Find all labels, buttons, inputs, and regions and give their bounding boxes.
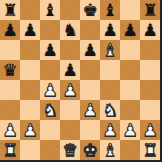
square-f1[interactable]: ♝ (100, 140, 120, 160)
piece-white-pawn-a2[interactable]: ♟ (0, 120, 20, 140)
square-b7[interactable]: ♟ (20, 20, 40, 40)
piece-white-rook-h1[interactable]: ♜ (140, 140, 160, 160)
square-f8[interactable]: ♝ (100, 0, 120, 20)
square-h8[interactable]: ♜ (140, 0, 160, 20)
piece-black-knight-d7[interactable]: ♞ (60, 20, 80, 40)
square-b1[interactable] (20, 140, 40, 160)
piece-black-king-e8[interactable]: ♚ (80, 0, 100, 20)
square-c8[interactable]: ♝ (40, 0, 60, 20)
piece-black-pawn-g7[interactable]: ♟ (120, 20, 140, 40)
square-f2[interactable]: ♟ (100, 120, 120, 140)
square-g5[interactable] (120, 60, 140, 80)
square-e4[interactable] (80, 80, 100, 100)
square-b8[interactable] (20, 0, 40, 20)
piece-white-pawn-f2[interactable]: ♟ (100, 120, 120, 140)
piece-white-rook-a1[interactable]: ♜ (0, 140, 20, 160)
piece-black-rook-h8[interactable]: ♜ (140, 0, 160, 20)
square-d2[interactable] (60, 120, 80, 140)
square-d6[interactable] (60, 40, 80, 60)
square-d4[interactable]: ♟ (60, 80, 80, 100)
square-e7[interactable] (80, 20, 100, 40)
square-g8[interactable] (120, 0, 140, 20)
square-f4[interactable] (100, 80, 120, 100)
piece-black-pawn-f7[interactable]: ♟ (100, 20, 120, 40)
piece-white-pawn-c4[interactable]: ♟ (40, 80, 60, 100)
piece-white-pawn-d4[interactable]: ♟ (60, 80, 80, 100)
square-g1[interactable] (120, 140, 140, 160)
piece-black-bishop-f8[interactable]: ♝ (100, 0, 120, 20)
square-a8[interactable]: ♜ (0, 0, 20, 20)
piece-white-pawn-b2[interactable]: ♟ (20, 120, 40, 140)
piece-black-queen-a5[interactable]: ♛ (0, 60, 20, 80)
square-c1[interactable] (40, 140, 60, 160)
piece-white-queen-d1[interactable]: ♛ (60, 140, 80, 160)
square-b2[interactable]: ♟ (20, 120, 40, 140)
square-c3[interactable]: ♞ (40, 100, 60, 120)
piece-white-pawn-h2[interactable]: ♟ (140, 120, 160, 140)
square-a2[interactable]: ♟ (0, 120, 20, 140)
square-h2[interactable]: ♟ (140, 120, 160, 140)
square-a5[interactable]: ♛ (0, 60, 20, 80)
square-f6[interactable]: ♝ (100, 40, 120, 60)
piece-white-knight-c3[interactable]: ♞ (40, 100, 60, 120)
piece-black-bishop-c8[interactable]: ♝ (40, 0, 60, 20)
square-e5[interactable] (80, 60, 100, 80)
square-h6[interactable] (140, 40, 160, 60)
square-a1[interactable]: ♜ (0, 140, 20, 160)
piece-white-bishop-f6[interactable]: ♝ (100, 40, 120, 60)
square-h1[interactable]: ♜ (140, 140, 160, 160)
square-h3[interactable] (140, 100, 160, 120)
piece-white-knight-f3[interactable]: ♞ (100, 100, 120, 120)
square-e6[interactable]: ♟ (80, 40, 100, 60)
piece-white-king-e1[interactable]: ♚ (80, 140, 100, 160)
square-c2[interactable] (40, 120, 60, 140)
piece-white-pawn-e3[interactable]: ♟ (80, 100, 100, 120)
square-d3[interactable] (60, 100, 80, 120)
piece-black-pawn-d5[interactable]: ♟ (60, 60, 80, 80)
square-c7[interactable] (40, 20, 60, 40)
square-e2[interactable] (80, 120, 100, 140)
square-b4[interactable] (20, 80, 40, 100)
piece-white-pawn-g2[interactable]: ♟ (120, 120, 140, 140)
piece-black-pawn-e6[interactable]: ♟ (80, 40, 100, 60)
square-h5[interactable] (140, 60, 160, 80)
piece-black-pawn-a7[interactable]: ♟ (0, 20, 20, 40)
square-e1[interactable]: ♚ (80, 140, 100, 160)
piece-black-pawn-c6[interactable]: ♟ (40, 40, 60, 60)
square-h4[interactable] (140, 80, 160, 100)
square-g2[interactable]: ♟ (120, 120, 140, 140)
piece-black-pawn-h7[interactable]: ♟ (140, 20, 160, 40)
square-a4[interactable] (0, 80, 20, 100)
square-b5[interactable] (20, 60, 40, 80)
square-c4[interactable]: ♟ (40, 80, 60, 100)
square-g6[interactable] (120, 40, 140, 60)
square-e8[interactable]: ♚ (80, 0, 100, 20)
square-c6[interactable]: ♟ (40, 40, 60, 60)
piece-black-pawn-b7[interactable]: ♟ (20, 20, 40, 40)
square-e3[interactable]: ♟ (80, 100, 100, 120)
square-d1[interactable]: ♛ (60, 140, 80, 160)
piece-black-rook-a8[interactable]: ♜ (0, 0, 20, 20)
square-d8[interactable] (60, 0, 80, 20)
square-c5[interactable] (40, 60, 60, 80)
piece-white-bishop-f1[interactable]: ♝ (100, 140, 120, 160)
square-a3[interactable] (0, 100, 20, 120)
square-f7[interactable]: ♟ (100, 20, 120, 40)
square-b3[interactable] (20, 100, 40, 120)
square-g7[interactable]: ♟ (120, 20, 140, 40)
square-b6[interactable] (20, 40, 40, 60)
square-f3[interactable]: ♞ (100, 100, 120, 120)
chess-board-screenshot: ♜♝♚♝♜♟♟♞♟♟♟♟♟♝♛♟♟♟♞♟♞♟♟♟♟♟♜♛♚♝♜ (0, 0, 162, 162)
square-h7[interactable]: ♟ (140, 20, 160, 40)
square-d7[interactable]: ♞ (60, 20, 80, 40)
chess-board: ♜♝♚♝♜♟♟♞♟♟♟♟♟♝♛♟♟♟♞♟♞♟♟♟♟♟♜♛♚♝♜ (0, 0, 162, 162)
square-g4[interactable] (120, 80, 140, 100)
square-a7[interactable]: ♟ (0, 20, 20, 40)
square-g3[interactable] (120, 100, 140, 120)
square-f5[interactable] (100, 60, 120, 80)
square-d5[interactable]: ♟ (60, 60, 80, 80)
square-a6[interactable] (0, 40, 20, 60)
